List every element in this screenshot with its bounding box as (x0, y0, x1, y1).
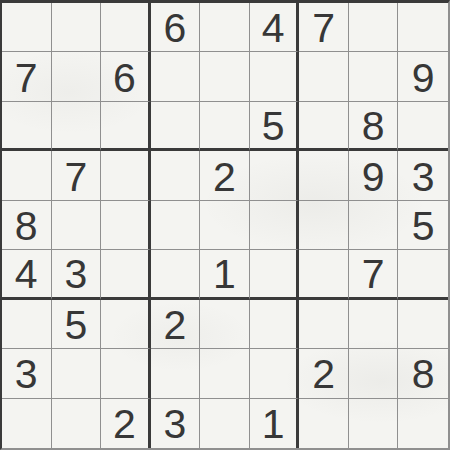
given-digit-r1c6[interactable]: 4 (250, 3, 300, 52)
cell-r9c8[interactable] (349, 399, 399, 448)
given-digit-r6c8[interactable]: 7 (349, 250, 399, 299)
cell-r9c7[interactable] (299, 399, 349, 448)
cell-r9c9[interactable] (398, 399, 448, 448)
cell-r6c7[interactable] (299, 250, 349, 299)
cell-r3c7[interactable] (299, 102, 349, 151)
cell-r2c5[interactable] (200, 52, 250, 101)
cell-r6c6[interactable] (250, 250, 300, 299)
cell-r4c7[interactable] (299, 151, 349, 200)
cell-r7c9[interactable] (398, 300, 448, 349)
given-digit-r7c2[interactable]: 5 (52, 300, 102, 349)
cell-r6c4[interactable] (151, 250, 201, 299)
cell-r2c4[interactable] (151, 52, 201, 101)
given-digit-r3c8[interactable]: 8 (349, 102, 399, 151)
cell-r1c1[interactable] (2, 3, 52, 52)
given-digit-r4c8[interactable]: 9 (349, 151, 399, 200)
cell-r8c8[interactable] (349, 349, 399, 398)
given-digit-r6c1[interactable]: 4 (2, 250, 52, 299)
cell-r2c8[interactable] (349, 52, 399, 101)
given-digit-r1c7[interactable]: 7 (299, 3, 349, 52)
cell-r7c1[interactable] (2, 300, 52, 349)
cell-r2c7[interactable] (299, 52, 349, 101)
given-digit-r4c2[interactable]: 7 (52, 151, 102, 200)
cell-r9c2[interactable] (52, 399, 102, 448)
cell-r1c8[interactable] (349, 3, 399, 52)
cell-r5c3[interactable] (101, 201, 151, 250)
given-digit-r9c6[interactable]: 1 (250, 399, 300, 448)
cell-r3c1[interactable] (2, 102, 52, 151)
given-digit-r5c9[interactable]: 5 (398, 201, 448, 250)
given-digit-r1c4[interactable]: 6 (151, 3, 201, 52)
given-digit-r9c4[interactable]: 3 (151, 399, 201, 448)
given-digit-r9c3[interactable]: 2 (101, 399, 151, 448)
given-digit-r6c5[interactable]: 1 (200, 250, 250, 299)
cell-r3c5[interactable] (200, 102, 250, 151)
given-digit-r2c9[interactable]: 9 (398, 52, 448, 101)
cell-r8c2[interactable] (52, 349, 102, 398)
cell-r9c5[interactable] (200, 399, 250, 448)
cell-r4c1[interactable] (2, 151, 52, 200)
given-digit-r4c9[interactable]: 3 (398, 151, 448, 200)
given-digit-r5c1[interactable]: 8 (2, 201, 52, 250)
cell-r1c9[interactable] (398, 3, 448, 52)
given-digit-r4c5[interactable]: 2 (200, 151, 250, 200)
cell-r1c3[interactable] (101, 3, 151, 52)
cell-r8c6[interactable] (250, 349, 300, 398)
cell-r5c8[interactable] (349, 201, 399, 250)
cell-r4c4[interactable] (151, 151, 201, 200)
given-digit-r8c1[interactable]: 3 (2, 349, 52, 398)
cell-r6c9[interactable] (398, 250, 448, 299)
cell-r1c5[interactable] (200, 3, 250, 52)
given-digit-r8c9[interactable]: 8 (398, 349, 448, 398)
cell-r2c2[interactable] (52, 52, 102, 101)
cell-r5c7[interactable] (299, 201, 349, 250)
cell-r1c2[interactable] (52, 3, 102, 52)
cell-r6c3[interactable] (101, 250, 151, 299)
given-digit-r3c6[interactable]: 5 (250, 102, 300, 151)
cell-r8c5[interactable] (200, 349, 250, 398)
cell-r7c5[interactable] (200, 300, 250, 349)
cell-r7c8[interactable] (349, 300, 399, 349)
given-digit-r2c3[interactable]: 6 (101, 52, 151, 101)
cell-r7c3[interactable] (101, 300, 151, 349)
cell-r5c4[interactable] (151, 201, 201, 250)
cell-r2c6[interactable] (250, 52, 300, 101)
given-digit-r2c1[interactable]: 7 (2, 52, 52, 101)
given-digit-r7c4[interactable]: 2 (151, 300, 201, 349)
cell-r8c3[interactable] (101, 349, 151, 398)
cell-r5c2[interactable] (52, 201, 102, 250)
given-digit-r8c7[interactable]: 2 (299, 349, 349, 398)
cell-r5c5[interactable] (200, 201, 250, 250)
given-digit-r6c2[interactable]: 3 (52, 250, 102, 299)
cell-r9c1[interactable] (2, 399, 52, 448)
cell-r7c6[interactable] (250, 300, 300, 349)
cell-r3c3[interactable] (101, 102, 151, 151)
cell-r5c6[interactable] (250, 201, 300, 250)
cell-r7c7[interactable] (299, 300, 349, 349)
cell-r4c6[interactable] (250, 151, 300, 200)
cell-r3c2[interactable] (52, 102, 102, 151)
cell-r3c9[interactable] (398, 102, 448, 151)
cell-r3c4[interactable] (151, 102, 201, 151)
cell-r8c4[interactable] (151, 349, 201, 398)
sudoku-board: 64776958729385431752328231 (0, 0, 450, 450)
cell-r4c3[interactable] (101, 151, 151, 200)
